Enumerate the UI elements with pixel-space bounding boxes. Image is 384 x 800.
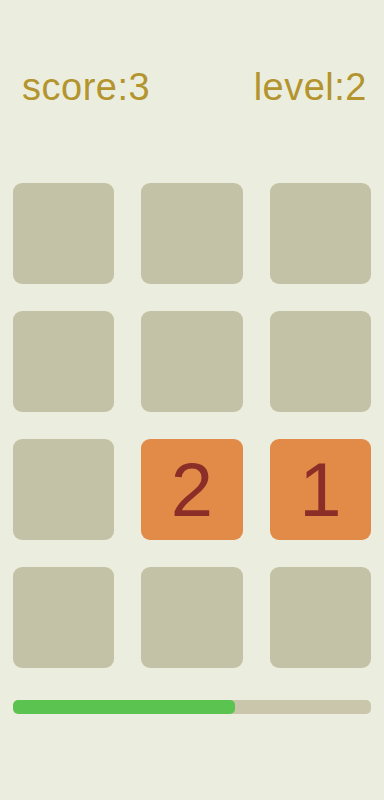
tile-r4c1[interactable] [13, 567, 114, 668]
tile-r3c1[interactable] [13, 439, 114, 540]
tile-r1c1[interactable] [13, 183, 114, 284]
progress-bar-track [13, 700, 371, 714]
game-screen: score:3 level:2 2 1 [0, 0, 384, 800]
tile-r4c3[interactable] [270, 567, 371, 668]
tile-r2c3[interactable] [270, 311, 371, 412]
progress-bar-fill [13, 700, 235, 714]
tile-grid[interactable]: 2 1 [13, 183, 371, 668]
tile-r4c2[interactable] [141, 567, 242, 668]
score-label: score:3 [22, 66, 150, 109]
level-label: level:2 [254, 66, 367, 109]
tile-r1c2[interactable] [141, 183, 242, 284]
tile-r2c2[interactable] [141, 311, 242, 412]
tile-r2c1[interactable] [13, 311, 114, 412]
status-bar: score:3 level:2 [22, 66, 367, 109]
tile-r3c3[interactable]: 1 [270, 439, 371, 540]
tile-r3c2[interactable]: 2 [141, 439, 242, 540]
tile-r1c3[interactable] [270, 183, 371, 284]
